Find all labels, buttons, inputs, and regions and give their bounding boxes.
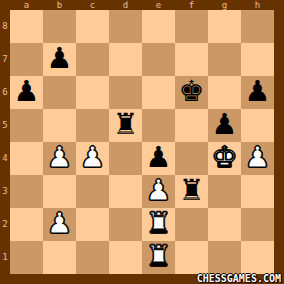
square-h1: [241, 241, 274, 274]
square-h5: [241, 109, 274, 142]
square-f5: [175, 109, 208, 142]
square-h3: [241, 175, 274, 208]
square-f4: [175, 142, 208, 175]
white-rook-e2: ♜: [146, 209, 172, 238]
rank-labels: 87654321: [0, 10, 10, 274]
black-pawn-h6: ♟: [245, 77, 271, 106]
rank-label-4: 4: [0, 142, 10, 175]
file-label-e: e: [142, 0, 175, 10]
white-pawn-b2: ♟: [47, 209, 73, 238]
rank-label-8: 8: [0, 10, 10, 43]
square-g5: ♟: [208, 109, 241, 142]
white-king-g4: ♚: [212, 143, 238, 172]
square-a4: [10, 142, 43, 175]
black-pawn-a6: ♟: [14, 77, 40, 106]
square-e8: [142, 10, 175, 43]
square-b3: [43, 175, 76, 208]
square-b4: ♟: [43, 142, 76, 175]
white-pawn-e3: ♟: [146, 176, 172, 205]
square-b1: [43, 241, 76, 274]
black-rook-d5: ♜: [113, 110, 139, 139]
rank-label-3: 3: [0, 175, 10, 208]
file-label-d: d: [109, 0, 142, 10]
square-a7: [10, 43, 43, 76]
square-e4: ♟: [142, 142, 175, 175]
square-f3: ♜: [175, 175, 208, 208]
rank-label-2: 2: [0, 208, 10, 241]
square-f6: ♚: [175, 76, 208, 109]
square-d2: [109, 208, 142, 241]
site-credit: CHESSGAMES.COM: [197, 274, 281, 284]
square-g4: ♚: [208, 142, 241, 175]
square-e2: ♜: [142, 208, 175, 241]
square-b6: [43, 76, 76, 109]
square-h4: ♟: [241, 142, 274, 175]
square-g2: [208, 208, 241, 241]
file-label-f: f: [175, 0, 208, 10]
square-a1: [10, 241, 43, 274]
square-e7: [142, 43, 175, 76]
square-f1: [175, 241, 208, 274]
file-label-h: h: [241, 0, 274, 10]
square-d1: [109, 241, 142, 274]
square-g6: [208, 76, 241, 109]
square-d8: [109, 10, 142, 43]
black-pawn-g5: ♟: [212, 110, 238, 139]
rank-label-6: 6: [0, 76, 10, 109]
square-c7: [76, 43, 109, 76]
square-d7: [109, 43, 142, 76]
square-h6: ♟: [241, 76, 274, 109]
square-a2: [10, 208, 43, 241]
file-label-a: a: [10, 0, 43, 10]
chess-board-diagram: abcdefgh 87654321 ♟♟♚♟♜♟♟♟♟♚♟♟♜♟♜♜ CHESS…: [0, 0, 284, 284]
square-b7: ♟: [43, 43, 76, 76]
square-d4: [109, 142, 142, 175]
black-king-f6: ♚: [179, 77, 205, 106]
square-a3: [10, 175, 43, 208]
square-b5: [43, 109, 76, 142]
square-d6: [109, 76, 142, 109]
square-c8: [76, 10, 109, 43]
square-e1: ♜: [142, 241, 175, 274]
square-a8: [10, 10, 43, 43]
file-labels: abcdefgh: [10, 0, 274, 10]
square-h7: [241, 43, 274, 76]
square-e6: [142, 76, 175, 109]
square-c5: [76, 109, 109, 142]
square-c3: [76, 175, 109, 208]
file-label-b: b: [43, 0, 76, 10]
square-c4: ♟: [76, 142, 109, 175]
square-c2: [76, 208, 109, 241]
black-pawn-e4: ♟: [146, 143, 172, 172]
square-f8: [175, 10, 208, 43]
square-b8: [43, 10, 76, 43]
square-a6: ♟: [10, 76, 43, 109]
square-d5: ♜: [109, 109, 142, 142]
square-e5: [142, 109, 175, 142]
rank-label-7: 7: [0, 43, 10, 76]
square-d3: [109, 175, 142, 208]
square-g1: [208, 241, 241, 274]
square-f2: [175, 208, 208, 241]
white-pawn-c4: ♟: [80, 143, 106, 172]
chess-board: ♟♟♚♟♜♟♟♟♟♚♟♟♜♟♜♜: [10, 10, 274, 274]
square-g7: [208, 43, 241, 76]
white-pawn-b4: ♟: [47, 143, 73, 172]
square-b2: ♟: [43, 208, 76, 241]
rank-label-1: 1: [0, 241, 10, 274]
square-c1: [76, 241, 109, 274]
square-g3: [208, 175, 241, 208]
square-f7: [175, 43, 208, 76]
white-pawn-h4: ♟: [245, 143, 271, 172]
rank-label-5: 5: [0, 109, 10, 142]
square-e3: ♟: [142, 175, 175, 208]
white-rook-e1: ♜: [146, 242, 172, 271]
square-g8: [208, 10, 241, 43]
black-rook-f3: ♜: [179, 176, 205, 205]
file-label-c: c: [76, 0, 109, 10]
black-pawn-b7: ♟: [47, 44, 73, 73]
square-h8: [241, 10, 274, 43]
square-a5: [10, 109, 43, 142]
square-h2: [241, 208, 274, 241]
square-c6: [76, 76, 109, 109]
file-label-g: g: [208, 0, 241, 10]
